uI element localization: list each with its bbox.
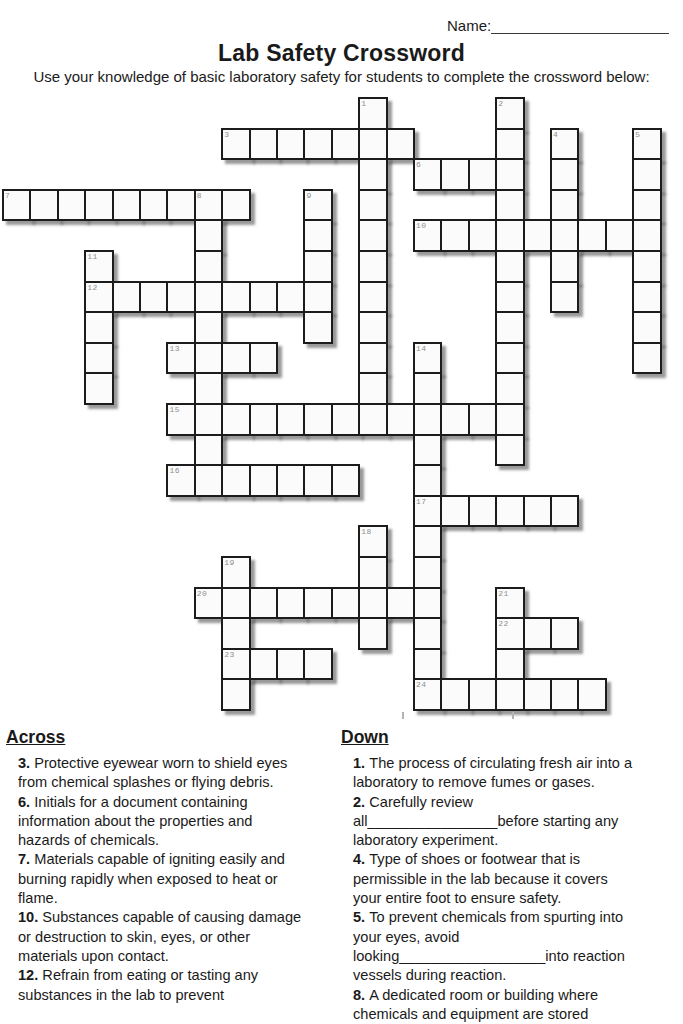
grid-cell-r6c13[interactable] xyxy=(358,281,387,314)
clues-down-section: Down 1. The process of circulating fresh… xyxy=(341,727,681,1024)
clue-down-5: 5. To prevent chemicals from spurting in… xyxy=(353,908,681,985)
grid-cell-r11c7[interactable] xyxy=(194,434,223,467)
grid-cell-r6c18[interactable] xyxy=(495,281,524,314)
grid-cell-r4c11[interactable] xyxy=(303,219,332,252)
grid-cell-r15c8[interactable]: 19 xyxy=(221,556,250,589)
grid-cell-r0c13[interactable]: 1 xyxy=(358,97,387,130)
clue-number-label: 2 xyxy=(498,99,503,108)
grid-cell-r8c23[interactable] xyxy=(632,342,661,375)
grid-cell-r17c18[interactable]: 22 xyxy=(495,617,524,650)
clue-number-label: 12 xyxy=(87,283,98,292)
grid-cell-r19c18[interactable] xyxy=(495,678,524,711)
grid-cell-r1c12[interactable] xyxy=(331,128,360,161)
clue-number-label: 22 xyxy=(498,619,509,628)
grid-cell-r8c15[interactable]: 14 xyxy=(413,342,442,375)
grid-cell-r4c15[interactable]: 10 xyxy=(413,219,442,252)
grid-cell-r9c3[interactable] xyxy=(84,372,113,405)
grid-cell-r5c11[interactable] xyxy=(303,250,332,283)
grid-cell-r13c20[interactable] xyxy=(550,495,579,528)
grid-cell-r16c13[interactable] xyxy=(358,587,387,620)
grid-cell-r1c11[interactable] xyxy=(303,128,332,161)
grid-cell-r4c18[interactable] xyxy=(495,219,524,252)
grid-cell-r3c23[interactable] xyxy=(632,189,661,222)
grid-cell-r8c18[interactable] xyxy=(495,342,524,375)
clues-across-section: Across 3. Protective eyewear worn to shi… xyxy=(6,727,338,1005)
grid-cell-r3c2[interactable] xyxy=(57,189,86,222)
grid-cell-r7c13[interactable] xyxy=(358,311,387,344)
clue-across-10: 10. Substances capable of causing damage… xyxy=(18,908,338,966)
grid-cell-r9c15[interactable] xyxy=(413,372,442,405)
grid-cell-r8c9[interactable] xyxy=(249,342,278,375)
grid-cell-r17c20[interactable] xyxy=(550,617,579,650)
clue-across-3: 3. Protective eyewear worn to shield eye… xyxy=(18,754,338,793)
grid-cell-r13c18[interactable] xyxy=(495,495,524,528)
grid-cell-r6c7[interactable] xyxy=(194,281,223,314)
clue-down-8: 8. A dedicated room or building where ch… xyxy=(353,986,681,1024)
grid-cell-r8c8[interactable] xyxy=(221,342,250,375)
grid-cell-r1c8[interactable]: 3 xyxy=(221,128,250,161)
grid-cell-r10c13[interactable] xyxy=(358,403,387,436)
grid-cell-r10c12[interactable] xyxy=(331,403,360,436)
grid-cell-r3c8[interactable] xyxy=(221,189,250,222)
grid-cell-r9c18[interactable] xyxy=(495,372,524,405)
grid-cell-r4c7[interactable] xyxy=(194,219,223,252)
grid-cell-r8c13[interactable] xyxy=(358,342,387,375)
grid-cell-r1c18[interactable] xyxy=(495,128,524,161)
grid-cell-r16c15[interactable] xyxy=(413,587,442,620)
grid-cell-r18c15[interactable] xyxy=(413,648,442,681)
clue-number-label: 4 xyxy=(553,130,558,139)
grid-cell-r8c3[interactable] xyxy=(84,342,113,375)
grid-cell-r6c9[interactable] xyxy=(249,281,278,314)
grid-cell-r12c8[interactable] xyxy=(221,464,250,497)
grid-cell-r5c18[interactable] xyxy=(495,250,524,283)
grid-cell-r9c13[interactable] xyxy=(358,372,387,405)
grid-cell-r7c3[interactable] xyxy=(84,311,113,344)
grid-cell-r11c15[interactable] xyxy=(413,434,442,467)
grid-cell-r10c6[interactable]: 15 xyxy=(166,403,195,436)
clue-number-label: 5 xyxy=(635,130,640,139)
clue-number-label: 3 xyxy=(224,130,229,139)
clue-number-label: 24 xyxy=(416,680,427,689)
grid-cell-r19c15[interactable]: 24 xyxy=(413,678,442,711)
grid-cell-r13c16[interactable] xyxy=(440,495,469,528)
grid-cell-r14c15[interactable] xyxy=(413,525,442,558)
grid-cell-r1c20[interactable]: 4 xyxy=(550,128,579,161)
grid-cell-r4c19[interactable] xyxy=(523,219,552,252)
grid-cell-r16c9[interactable] xyxy=(249,587,278,620)
grid-cell-r12c9[interactable] xyxy=(249,464,278,497)
grid-cell-r17c8[interactable] xyxy=(221,617,250,650)
grid-cell-r1c13[interactable] xyxy=(358,128,387,161)
clues-down-list: 1. The process of circulating fresh air … xyxy=(341,754,681,1024)
grid-cell-r19c21[interactable] xyxy=(577,678,606,711)
grid-cell-r12c6[interactable]: 16 xyxy=(166,464,195,497)
grid-cell-r11c18[interactable] xyxy=(495,434,524,467)
grid-cell-r4c17[interactable] xyxy=(468,219,497,252)
grid-cell-r12c11[interactable] xyxy=(303,464,332,497)
clue-down-2: 2. Carefully review all________________b… xyxy=(353,793,681,851)
grid-cell-r17c13[interactable] xyxy=(358,617,387,650)
grid-cell-r4c23[interactable] xyxy=(632,219,661,252)
clue-down-4: 4. Type of shoes or footwear that is per… xyxy=(353,850,681,908)
grid-cell-r7c11[interactable] xyxy=(303,311,332,344)
grid-cell-r0c18[interactable]: 2 xyxy=(495,97,524,130)
clue-number-label: 6 xyxy=(416,160,421,169)
grid-cell-r16c18[interactable]: 21 xyxy=(495,587,524,620)
grid-cell-r3c18[interactable] xyxy=(495,189,524,222)
grid-cell-r16c12[interactable] xyxy=(331,587,360,620)
grid-cell-r6c5[interactable] xyxy=(139,281,168,314)
grid-cell-r3c1[interactable] xyxy=(29,189,58,222)
down-heading: Down xyxy=(341,727,681,748)
clue-across-12: 12. Refrain from eating or tasting any s… xyxy=(18,966,338,1005)
grid-cell-r14c13[interactable]: 18 xyxy=(358,525,387,558)
clue-across-6: 6. Initials for a document containing in… xyxy=(18,793,338,851)
grid-cell-r10c14[interactable] xyxy=(386,403,415,436)
grid-cell-r5c3[interactable]: 11 xyxy=(84,250,113,283)
grid-cell-r2c16[interactable] xyxy=(440,158,469,191)
grid-cell-r19c19[interactable] xyxy=(523,678,552,711)
grid-cell-r13c15[interactable]: 17 xyxy=(413,495,442,528)
grid-cell-r18c9[interactable] xyxy=(249,648,278,681)
grid-cell-r3c13[interactable] xyxy=(358,189,387,222)
grid-cell-r8c7[interactable] xyxy=(194,342,223,375)
grid-cell-r7c18[interactable] xyxy=(495,311,524,344)
grid-cell-r19c17[interactable] xyxy=(468,678,497,711)
clue-number-label: 18 xyxy=(361,527,372,536)
grid-cell-r4c16[interactable] xyxy=(440,219,469,252)
grid-cell-r16c7[interactable]: 20 xyxy=(194,587,223,620)
grid-cell-r10c16[interactable] xyxy=(440,403,469,436)
grid-cell-r1c9[interactable] xyxy=(249,128,278,161)
clue-across-7: 7. Materials capable of igniting easily … xyxy=(18,850,338,908)
grid-cell-r18c18[interactable] xyxy=(495,648,524,681)
grid-cell-r3c11[interactable]: 9 xyxy=(303,189,332,222)
grid-cell-r2c18[interactable] xyxy=(495,158,524,191)
grid-cell-r6c3[interactable]: 12 xyxy=(84,281,113,314)
grid-cell-r6c8[interactable] xyxy=(221,281,250,314)
grid-cell-r6c20[interactable] xyxy=(550,281,579,314)
grid-cell-r10c7[interactable] xyxy=(194,403,223,436)
grid-cell-r10c10[interactable] xyxy=(276,403,305,436)
grid-cell-r19c8[interactable] xyxy=(221,678,250,711)
grid-cell-r2c13[interactable] xyxy=(358,158,387,191)
across-heading: Across xyxy=(6,727,338,748)
grid-cell-r4c20[interactable] xyxy=(550,219,579,252)
grid-cell-r3c3[interactable] xyxy=(84,189,113,222)
grid-cell-r10c11[interactable] xyxy=(303,403,332,436)
grid-cell-r13c19[interactable] xyxy=(523,495,552,528)
grid-cell-r19c20[interactable] xyxy=(550,678,579,711)
grid-cell-r3c0[interactable]: 7 xyxy=(2,189,31,222)
grid-cell-r12c10[interactable] xyxy=(276,464,305,497)
grid-cell-r10c17[interactable] xyxy=(468,403,497,436)
scan-artifact-mark xyxy=(402,712,404,719)
clue-number-label: 20 xyxy=(197,589,208,598)
grid-cell-r1c10[interactable] xyxy=(276,128,305,161)
clue-number-label: 1 xyxy=(361,99,366,108)
grid-cell-r3c5[interactable] xyxy=(139,189,168,222)
grid-cell-r16c8[interactable] xyxy=(221,587,250,620)
grid-cell-r16c10[interactable] xyxy=(276,587,305,620)
grid-cell-r4c21[interactable] xyxy=(577,219,606,252)
grid-cell-r10c8[interactable] xyxy=(221,403,250,436)
grid-cell-r5c7[interactable] xyxy=(194,250,223,283)
grid-cell-r2c17[interactable] xyxy=(468,158,497,191)
clue-number-label: 14 xyxy=(416,344,427,353)
clue-number-label: 15 xyxy=(169,405,180,414)
clues-across-list: 3. Protective eyewear worn to shield eye… xyxy=(6,754,338,1005)
grid-cell-r3c7[interactable]: 8 xyxy=(194,189,223,222)
clue-number-label: 9 xyxy=(306,191,311,200)
grid-cell-r6c6[interactable] xyxy=(166,281,195,314)
clue-number-label: 16 xyxy=(169,466,180,475)
grid-cell-r6c11[interactable] xyxy=(303,281,332,314)
clue-number-label: 17 xyxy=(416,497,427,506)
grid-cell-r15c15[interactable] xyxy=(413,556,442,589)
grid-cell-r18c11[interactable] xyxy=(303,648,332,681)
grid-cell-r12c12[interactable] xyxy=(331,464,360,497)
grid-cell-r15c13[interactable] xyxy=(358,556,387,589)
clue-number-label: 10 xyxy=(416,221,427,230)
scan-artifact-mark xyxy=(512,712,514,719)
clue-number-label: 23 xyxy=(224,650,235,659)
crossword-grid: 123456789101112131415161718192021222324 xyxy=(0,0,683,716)
grid-cell-r10c18[interactable] xyxy=(495,403,524,436)
grid-cell-r5c23[interactable] xyxy=(632,250,661,283)
grid-cell-r2c15[interactable]: 6 xyxy=(413,158,442,191)
grid-cell-r3c4[interactable] xyxy=(112,189,141,222)
grid-cell-r10c15[interactable] xyxy=(413,403,442,436)
grid-cell-r18c10[interactable] xyxy=(276,648,305,681)
clue-number-label: 21 xyxy=(498,589,509,598)
grid-cell-r12c15[interactable] xyxy=(413,464,442,497)
grid-cell-r4c13[interactable] xyxy=(358,219,387,252)
clue-number-label: 13 xyxy=(169,344,180,353)
grid-cell-r17c15[interactable] xyxy=(413,617,442,650)
clue-down-1: 1. The process of circulating fresh air … xyxy=(353,754,681,793)
grid-cell-r1c14[interactable] xyxy=(386,128,415,161)
grid-cell-r3c6[interactable] xyxy=(166,189,195,222)
grid-cell-r18c8[interactable]: 23 xyxy=(221,648,250,681)
grid-cell-r7c7[interactable] xyxy=(194,311,223,344)
grid-cell-r10c9[interactable] xyxy=(249,403,278,436)
grid-cell-r6c23[interactable] xyxy=(632,281,661,314)
grid-cell-r2c20[interactable] xyxy=(550,158,579,191)
clue-number-label: 8 xyxy=(197,191,202,200)
clue-number-label: 11 xyxy=(87,252,98,261)
grid-cell-r6c4[interactable] xyxy=(112,281,141,314)
grid-cell-r9c7[interactable] xyxy=(194,372,223,405)
grid-cell-r4c22[interactable] xyxy=(605,219,634,252)
grid-cell-r5c20[interactable] xyxy=(550,250,579,283)
grid-cell-r19c16[interactable] xyxy=(440,678,469,711)
clue-number-label: 19 xyxy=(224,558,235,567)
clue-number-label: 7 xyxy=(5,191,10,200)
grid-cell-r16c11[interactable] xyxy=(303,587,332,620)
grid-cell-r2c23[interactable] xyxy=(632,158,661,191)
grid-cell-r12c7[interactable] xyxy=(194,464,223,497)
grid-cell-r3c20[interactable] xyxy=(550,189,579,222)
grid-cell-r16c14[interactable] xyxy=(386,587,415,620)
grid-cell-r6c10[interactable] xyxy=(276,281,305,314)
grid-cell-r5c13[interactable] xyxy=(358,250,387,283)
grid-cell-r7c23[interactable] xyxy=(632,311,661,344)
grid-cell-r8c6[interactable]: 13 xyxy=(166,342,195,375)
grid-cell-r17c19[interactable] xyxy=(523,617,552,650)
grid-cell-r1c23[interactable]: 5 xyxy=(632,128,661,161)
grid-cell-r13c17[interactable] xyxy=(468,495,497,528)
